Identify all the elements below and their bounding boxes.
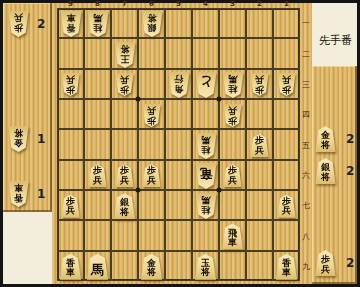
square-96[interactable]: [57, 160, 84, 190]
piece-kanji: 車: [282, 268, 291, 280]
piece-face: 香車: [8, 181, 29, 207]
square-58[interactable]: [165, 220, 192, 250]
rank-label-9: 九: [300, 261, 312, 272]
gote-piece-桂馬-45[interactable]: 桂馬: [195, 133, 217, 159]
gote-piece-角行-53[interactable]: 角行: [168, 72, 190, 98]
piece-kanji: 兵: [228, 176, 237, 188]
turn-indicator-box: 先手番: [312, 3, 357, 66]
file-label-4: 4: [192, 0, 219, 8]
piece-kanji: 将: [120, 208, 129, 220]
piece-face: 歩兵: [142, 104, 161, 127]
piece-kanji: 兵: [255, 146, 264, 158]
piece-kanji: 車: [66, 268, 75, 280]
piece-kanji: 銀: [147, 23, 156, 33]
piece-kanji: 兵: [147, 176, 156, 188]
file-label-9: 9: [57, 0, 84, 8]
shogi-app: 先手番 987654321一二三四五六七八九香車桂馬銀将王将歩兵歩兵角行と桂馬歩…: [0, 0, 360, 287]
square-52[interactable]: [165, 38, 192, 68]
gote-piece-歩兵[interactable]: 歩兵: [8, 11, 29, 37]
square-63[interactable]: [138, 69, 165, 99]
square-51[interactable]: [165, 8, 192, 38]
file-label-3: 3: [219, 0, 246, 8]
piece-kanji: 兵: [93, 176, 102, 188]
left-lower-panel: [3, 212, 52, 284]
square-85[interactable]: [84, 129, 111, 159]
piece-face: 銀将: [114, 193, 136, 219]
piece-kanji: 角: [174, 83, 183, 93]
square-54[interactable]: [165, 99, 192, 129]
sente-piece-玉将-49[interactable]: 玉将: [195, 254, 217, 280]
piece-kanji: 将: [321, 173, 330, 185]
rank-label-2: 二: [300, 49, 312, 60]
square-87[interactable]: [84, 190, 111, 220]
piece-face: 歩兵: [61, 73, 80, 96]
file-label-8: 8: [84, 0, 111, 8]
gote-piece-桂馬-81[interactable]: 桂馬: [87, 11, 109, 37]
sente-hand-count-歩兵: 2: [346, 256, 354, 270]
piece-face: 馬: [87, 254, 109, 280]
square-28[interactable]: [246, 220, 273, 250]
sente-piece-歩兵-25[interactable]: 歩兵: [250, 134, 269, 157]
piece-face: 歩兵: [61, 195, 80, 218]
piece-kanji: 兵: [147, 104, 156, 116]
gote-piece-香車[interactable]: 香車: [8, 181, 29, 207]
gote-hand-count-香車: 1: [37, 187, 45, 201]
piece-kanji: 香: [14, 193, 23, 203]
piece-kanji: 歩: [14, 23, 23, 33]
sente-piece-歩兵-17[interactable]: 歩兵: [277, 195, 296, 218]
sente-piece-歩兵[interactable]: 歩兵: [315, 250, 336, 276]
square-37[interactable]: [219, 190, 246, 220]
square-44[interactable]: [192, 99, 219, 129]
piece-kanji: 馬: [93, 11, 102, 23]
sente-promoted-piece-馬-89[interactable]: 馬: [87, 254, 109, 280]
square-68[interactable]: [138, 220, 165, 250]
piece-kanji: 馬: [201, 133, 210, 145]
square-71[interactable]: [111, 8, 138, 38]
square-55[interactable]: [165, 129, 192, 159]
piece-kanji: 馬: [228, 72, 237, 84]
square-42[interactable]: [192, 38, 219, 68]
sente-piece-金将-69[interactable]: 金将: [141, 254, 163, 280]
piece-face: 金将: [315, 126, 336, 152]
square-82[interactable]: [84, 38, 111, 68]
piece-kanji: 金: [14, 138, 23, 148]
gote-hand-count-歩兵: 2: [37, 17, 45, 31]
rank-label-3: 三: [300, 79, 312, 90]
piece-kanji: 歩: [255, 85, 264, 95]
gote-piece-歩兵-93[interactable]: 歩兵: [61, 73, 80, 96]
piece-kanji: 兵: [14, 11, 23, 23]
gote-promoted-piece-と-43[interactable]: と: [195, 72, 217, 98]
piece-kanji: 将: [147, 268, 156, 280]
piece-face: 歩兵: [115, 164, 134, 187]
sente-piece-歩兵-66[interactable]: 歩兵: [142, 164, 161, 187]
piece-kanji: 将: [321, 141, 330, 153]
piece-kanji: 竜: [199, 163, 212, 181]
piece-face: と: [195, 72, 217, 98]
square-18[interactable]: [273, 220, 300, 250]
piece-face: 香車: [276, 254, 298, 280]
file-label-2: 2: [246, 0, 273, 8]
sente-hand-count-金将: 2: [346, 132, 354, 146]
piece-kanji: 歩: [120, 85, 129, 95]
gote-piece-歩兵-64[interactable]: 歩兵: [142, 104, 161, 127]
square-31[interactable]: [219, 8, 246, 38]
piece-face: 飛車: [222, 224, 244, 250]
piece-face: 桂馬: [87, 11, 109, 37]
gote-promoted-piece-竜-46[interactable]: 竜: [195, 163, 217, 189]
piece-face: 歩兵: [8, 11, 29, 37]
hoshi-point: [217, 188, 222, 193]
piece-face: 歩兵: [88, 164, 107, 187]
piece-kanji: 兵: [66, 73, 75, 85]
piece-kanji: 行: [174, 72, 183, 84]
gote-piece-桂馬-47[interactable]: 桂馬: [195, 193, 217, 219]
piece-face: 香車: [60, 11, 82, 37]
piece-face: 桂馬: [195, 193, 217, 219]
square-14[interactable]: [273, 99, 300, 129]
sente-piece-銀将[interactable]: 銀将: [315, 158, 336, 184]
sente-piece-銀将-77[interactable]: 銀将: [114, 193, 136, 219]
piece-kanji: 兵: [255, 73, 264, 85]
square-21[interactable]: [246, 8, 273, 38]
piece-kanji: 車: [66, 11, 75, 23]
gote-piece-桂馬-33[interactable]: 桂馬: [222, 72, 244, 98]
square-67[interactable]: [138, 190, 165, 220]
square-57[interactable]: [165, 190, 192, 220]
piece-face: 歩兵: [142, 164, 161, 187]
piece-kanji: 桂: [228, 83, 237, 93]
piece-face: 歩兵: [115, 73, 134, 96]
piece-kanji: 香: [66, 23, 75, 33]
piece-face: 桂馬: [195, 133, 217, 159]
rank-label-1: 一: [300, 18, 312, 29]
square-95[interactable]: [57, 129, 84, 159]
square-84[interactable]: [84, 99, 111, 129]
square-75[interactable]: [111, 129, 138, 159]
piece-face: 角行: [168, 72, 190, 98]
square-29[interactable]: [246, 251, 273, 281]
gote-piece-歩兵-13[interactable]: 歩兵: [277, 73, 296, 96]
square-83[interactable]: [84, 69, 111, 99]
piece-kanji: と: [199, 72, 212, 90]
file-label-6: 6: [138, 0, 165, 8]
piece-kanji: 桂: [201, 144, 210, 154]
piece-face: 香車: [60, 254, 82, 280]
piece-kanji: 歩: [147, 115, 156, 125]
piece-face: 竜: [195, 163, 217, 189]
piece-kanji: 車: [14, 181, 23, 193]
square-59[interactable]: [165, 251, 192, 281]
piece-kanji: 兵: [321, 265, 330, 277]
piece-face: 玉将: [195, 254, 217, 280]
piece-kanji: 将: [201, 268, 210, 280]
square-15[interactable]: [273, 129, 300, 159]
piece-kanji: 将: [120, 42, 129, 54]
sente-piece-飛車-38[interactable]: 飛車: [222, 224, 244, 250]
piece-kanji: 馬: [91, 262, 104, 280]
piece-kanji: 兵: [66, 206, 75, 218]
piece-kanji: 将: [14, 126, 23, 138]
square-11[interactable]: [273, 8, 300, 38]
sente-piece-金将[interactable]: 金将: [315, 126, 336, 152]
piece-kanji: 兵: [282, 206, 291, 218]
piece-kanji: 兵: [120, 73, 129, 85]
piece-kanji: 兵: [120, 176, 129, 188]
rank-label-4: 四: [300, 109, 312, 120]
square-92[interactable]: [57, 38, 84, 68]
square-35[interactable]: [219, 129, 246, 159]
piece-kanji: 歩: [228, 115, 237, 125]
piece-face: 桂馬: [222, 72, 244, 98]
square-74[interactable]: [111, 99, 138, 129]
piece-kanji: 兵: [282, 73, 291, 85]
sente-piece-歩兵-97[interactable]: 歩兵: [61, 195, 80, 218]
piece-kanji: 王: [120, 53, 129, 63]
sente-piece-香車-99[interactable]: 香車: [60, 254, 82, 280]
gote-hand-count-金将: 1: [37, 132, 45, 146]
square-56[interactable]: [165, 160, 192, 190]
square-88[interactable]: [84, 220, 111, 250]
piece-face: 金将: [141, 254, 163, 280]
sente-hand-count-銀将: 2: [346, 164, 354, 178]
piece-face: 歩兵: [223, 104, 242, 127]
piece-face: 金将: [8, 126, 29, 152]
piece-face: 歩兵: [250, 134, 269, 157]
gote-piece-歩兵-73[interactable]: 歩兵: [115, 73, 134, 96]
square-39[interactable]: [219, 251, 246, 281]
piece-kanji: 兵: [228, 104, 237, 116]
hoshi-point: [136, 97, 141, 102]
piece-kanji: 桂: [201, 205, 210, 215]
piece-face: 歩兵: [223, 164, 242, 187]
sente-piece-歩兵-36[interactable]: 歩兵: [223, 164, 242, 187]
piece-kanji: 歩: [282, 85, 291, 95]
piece-face: 歩兵: [277, 195, 296, 218]
gote-piece-香車-91[interactable]: 香車: [60, 11, 82, 37]
piece-face: 王将: [114, 42, 136, 68]
rank-label-6: 六: [300, 170, 312, 181]
square-79[interactable]: [111, 251, 138, 281]
square-22[interactable]: [246, 38, 273, 68]
file-label-5: 5: [165, 0, 192, 8]
file-label-7: 7: [111, 0, 138, 8]
square-48[interactable]: [192, 220, 219, 250]
square-94[interactable]: [57, 99, 84, 129]
square-16[interactable]: [273, 160, 300, 190]
square-27[interactable]: [246, 190, 273, 220]
piece-kanji: 車: [228, 238, 237, 250]
sente-piece-歩兵-76[interactable]: 歩兵: [115, 164, 134, 187]
piece-kanji: 将: [147, 11, 156, 23]
square-41[interactable]: [192, 8, 219, 38]
piece-kanji: 歩: [66, 85, 75, 95]
piece-face: 歩兵: [250, 73, 269, 96]
piece-face: 歩兵: [277, 73, 296, 96]
gote-piece-歩兵-23[interactable]: 歩兵: [250, 73, 269, 96]
square-62[interactable]: [138, 38, 165, 68]
gote-piece-歩兵-34[interactable]: 歩兵: [223, 104, 242, 127]
hoshi-point: [136, 188, 141, 193]
rank-label-7: 七: [300, 200, 312, 211]
square-26[interactable]: [246, 160, 273, 190]
turn-indicator-label: 先手番: [314, 33, 357, 48]
piece-face: 銀将: [141, 11, 163, 37]
square-98[interactable]: [57, 220, 84, 250]
sente-piece-香車-19[interactable]: 香車: [276, 254, 298, 280]
gote-piece-王将-72[interactable]: 王将: [114, 42, 136, 68]
rank-label-8: 八: [300, 231, 312, 242]
gote-piece-金将[interactable]: 金将: [8, 126, 29, 152]
piece-face: 歩兵: [315, 250, 336, 276]
sente-piece-歩兵-86[interactable]: 歩兵: [88, 164, 107, 187]
square-24[interactable]: [246, 99, 273, 129]
gote-piece-銀将-61[interactable]: 銀将: [141, 11, 163, 37]
rank-label-5: 五: [300, 140, 312, 151]
square-12[interactable]: [273, 38, 300, 68]
piece-face: 銀将: [315, 158, 336, 184]
piece-kanji: 馬: [201, 193, 210, 205]
file-label-1: 1: [273, 0, 300, 8]
square-65[interactable]: [138, 129, 165, 159]
piece-kanji: 桂: [93, 23, 102, 33]
square-32[interactable]: [219, 38, 246, 68]
square-78[interactable]: [111, 220, 138, 250]
